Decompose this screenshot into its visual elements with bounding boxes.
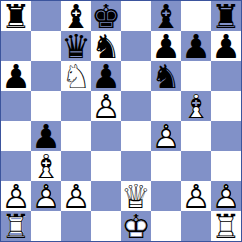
square-a2[interactable]: ♟♙ [1,181,31,211]
white-pawn: ♟♙ [181,181,211,211]
black-king: ♚ [91,1,121,31]
square-f6[interactable]: ♞ [151,61,181,91]
square-g1[interactable] [181,211,211,241]
white-pawn: ♟♙ [151,121,181,151]
square-a4[interactable] [1,121,31,151]
square-b8[interactable] [31,1,61,31]
black-knight: ♞ [151,61,181,91]
square-e2[interactable]: ♛♕ [121,181,151,211]
square-g4[interactable] [181,121,211,151]
square-e8[interactable] [121,1,151,31]
black-pawn: ♟ [181,31,211,61]
square-c3[interactable] [61,151,91,181]
square-d2[interactable] [91,181,121,211]
square-b3[interactable]: ♝♗ [31,151,61,181]
square-c1[interactable] [61,211,91,241]
square-c5[interactable] [61,91,91,121]
white-pawn: ♟♙ [61,181,91,211]
square-g3[interactable] [181,151,211,181]
square-f2[interactable] [151,181,181,211]
black-rook: ♜ [1,1,31,31]
black-pawn: ♟ [91,61,121,91]
square-b4[interactable]: ♟ [31,121,61,151]
square-b6[interactable] [31,61,61,91]
square-e7[interactable] [121,31,151,61]
square-b7[interactable] [31,31,61,61]
square-c8[interactable]: ♝ [61,1,91,31]
square-b1[interactable] [31,211,61,241]
white-bishop: ♝♗ [31,151,61,181]
square-c2[interactable]: ♟♙ [61,181,91,211]
square-h1[interactable]: ♜♖ [211,211,241,241]
square-f8[interactable]: ♝ [151,1,181,31]
square-h5[interactable] [211,91,241,121]
square-h6[interactable] [211,61,241,91]
square-f7[interactable]: ♟ [151,31,181,61]
white-pawn: ♟♙ [31,181,61,211]
square-h4[interactable] [211,121,241,151]
white-knight: ♞♘ [61,61,91,91]
square-a3[interactable] [1,151,31,181]
square-a5[interactable] [1,91,31,121]
black-queen: ♛ [61,31,91,61]
square-b2[interactable]: ♟♙ [31,181,61,211]
square-d5[interactable]: ♟♙ [91,91,121,121]
black-pawn: ♟ [211,31,241,61]
square-d1[interactable] [91,211,121,241]
square-f3[interactable] [151,151,181,181]
square-g6[interactable] [181,61,211,91]
square-f4[interactable]: ♟♙ [151,121,181,151]
white-rook: ♜♖ [1,211,31,241]
square-g8[interactable] [181,1,211,31]
black-knight: ♞ [91,31,121,61]
square-e4[interactable] [121,121,151,151]
white-king: ♚♔ [121,211,151,241]
square-e5[interactable] [121,91,151,121]
square-f5[interactable] [151,91,181,121]
square-e3[interactable] [121,151,151,181]
square-f1[interactable] [151,211,181,241]
square-h7[interactable]: ♟ [211,31,241,61]
white-queen: ♛♕ [121,181,151,211]
white-pawn: ♟♙ [91,91,121,121]
square-d7[interactable]: ♞ [91,31,121,61]
square-a6[interactable]: ♟ [1,61,31,91]
white-rook: ♜♖ [211,211,241,241]
chess-board: ♜♝♚♝♜♛♞♟♟♟♟♞♘♟♞♟♙♝♗♟♟♙♝♗♟♙♟♙♟♙♛♕♟♙♟♙♜♖♚♔… [0,0,242,242]
square-h8[interactable]: ♜ [211,1,241,31]
black-bishop: ♝ [151,1,181,31]
square-d6[interactable]: ♟ [91,61,121,91]
black-bishop: ♝ [61,1,91,31]
square-c7[interactable]: ♛ [61,31,91,61]
square-d3[interactable] [91,151,121,181]
square-h3[interactable] [211,151,241,181]
square-e6[interactable] [121,61,151,91]
square-b5[interactable] [31,91,61,121]
chess-board-container: ♜♝♚♝♜♛♞♟♟♟♟♞♘♟♞♟♙♝♗♟♟♙♝♗♟♙♟♙♟♙♛♕♟♙♟♙♜♖♚♔… [0,0,242,242]
square-g5[interactable]: ♝♗ [181,91,211,121]
square-a7[interactable] [1,31,31,61]
black-pawn: ♟ [1,61,31,91]
white-pawn: ♟♙ [211,181,241,211]
white-bishop: ♝♗ [181,91,211,121]
square-h2[interactable]: ♟♙ [211,181,241,211]
square-a8[interactable]: ♜ [1,1,31,31]
square-e1[interactable]: ♚♔ [121,211,151,241]
square-c4[interactable] [61,121,91,151]
white-pawn: ♟♙ [1,181,31,211]
square-g2[interactable]: ♟♙ [181,181,211,211]
square-g7[interactable]: ♟ [181,31,211,61]
square-d8[interactable]: ♚ [91,1,121,31]
square-a1[interactable]: ♜♖ [1,211,31,241]
black-pawn: ♟ [151,31,181,61]
square-c6[interactable]: ♞♘ [61,61,91,91]
black-pawn: ♟ [31,121,61,151]
square-d4[interactable] [91,121,121,151]
black-rook: ♜ [211,1,241,31]
